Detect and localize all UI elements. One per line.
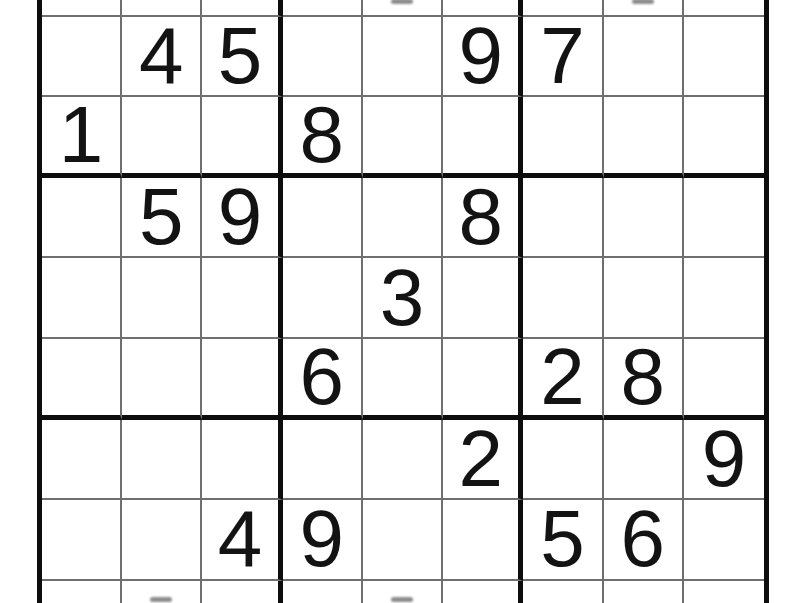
cell-r8c2[interactable] (122, 500, 202, 581)
cell-r6c4[interactable]: 6 (283, 339, 363, 420)
cell-r7c7[interactable] (523, 420, 603, 501)
cell-r1c1[interactable] (42, 0, 122, 17)
cell-r9c1[interactable] (42, 581, 122, 603)
cell-r8c1[interactable] (42, 500, 122, 581)
cell-r8c6[interactable] (443, 500, 523, 581)
cut-off-digit (391, 0, 413, 4)
cell-r5c2[interactable] (122, 258, 202, 339)
cell-r2c3[interactable]: 5 (202, 17, 282, 98)
cut-off-digit (391, 597, 413, 602)
cell-r7c3[interactable] (202, 420, 282, 501)
cell-r4c8[interactable] (604, 178, 684, 259)
cell-r4c9[interactable] (684, 178, 764, 259)
cell-r9c2[interactable] (122, 581, 202, 603)
cell-r5c4[interactable] (283, 258, 363, 339)
cell-r4c5[interactable] (363, 178, 443, 259)
cell-r1c9[interactable] (684, 0, 764, 17)
cell-r4c7[interactable] (523, 178, 603, 259)
cell-r3c2[interactable] (122, 97, 202, 178)
cut-off-digit (632, 0, 654, 4)
cell-r3c4[interactable]: 8 (283, 97, 363, 178)
cell-r3c8[interactable] (604, 97, 684, 178)
cell-r6c5[interactable] (363, 339, 443, 420)
cell-r7c9[interactable]: 9 (684, 420, 764, 501)
cell-r2c1[interactable] (42, 17, 122, 98)
cell-r2c9[interactable] (684, 17, 764, 98)
cell-r2c7[interactable]: 7 (523, 17, 603, 98)
cell-r6c2[interactable] (122, 339, 202, 420)
cell-r7c8[interactable] (604, 420, 684, 501)
cell-r5c3[interactable] (202, 258, 282, 339)
cell-r6c9[interactable] (684, 339, 764, 420)
cell-r8c8[interactable]: 6 (604, 500, 684, 581)
cell-r8c5[interactable] (363, 500, 443, 581)
cell-r5c1[interactable] (42, 258, 122, 339)
cell-r7c1[interactable] (42, 420, 122, 501)
cell-r4c1[interactable] (42, 178, 122, 259)
cell-r4c6[interactable]: 8 (443, 178, 523, 259)
cell-r2c8[interactable] (604, 17, 684, 98)
cell-r9c7[interactable] (523, 581, 603, 603)
cell-r3c1[interactable]: 1 (42, 97, 122, 178)
cell-r3c6[interactable] (443, 97, 523, 178)
sudoku-board: 4597185983628294956 (37, 0, 769, 603)
cell-r6c8[interactable]: 8 (604, 339, 684, 420)
cell-r6c1[interactable] (42, 339, 122, 420)
cell-r1c4[interactable] (283, 0, 363, 17)
cell-r5c9[interactable] (684, 258, 764, 339)
cell-r3c9[interactable] (684, 97, 764, 178)
cell-r4c4[interactable] (283, 178, 363, 259)
cell-r6c3[interactable] (202, 339, 282, 420)
cell-r9c3[interactable] (202, 581, 282, 603)
cell-r5c8[interactable] (604, 258, 684, 339)
cell-r9c5[interactable] (363, 581, 443, 603)
cell-r5c5[interactable]: 3 (363, 258, 443, 339)
cell-r2c4[interactable] (283, 17, 363, 98)
cell-r9c4[interactable] (283, 581, 363, 603)
cell-r1c5[interactable] (363, 0, 443, 17)
cell-r1c8[interactable] (604, 0, 684, 17)
cell-r2c2[interactable]: 4 (122, 17, 202, 98)
cell-r6c7[interactable]: 2 (523, 339, 603, 420)
cell-r9c8[interactable] (604, 581, 684, 603)
cell-r4c2[interactable]: 5 (122, 178, 202, 259)
cell-r2c6[interactable]: 9 (443, 17, 523, 98)
cell-r8c9[interactable] (684, 500, 764, 581)
cell-r5c7[interactable] (523, 258, 603, 339)
cell-r2c5[interactable] (363, 17, 443, 98)
cell-r8c7[interactable]: 5 (523, 500, 603, 581)
cell-r8c4[interactable]: 9 (283, 500, 363, 581)
cell-r7c4[interactable] (283, 420, 363, 501)
cell-r3c7[interactable] (523, 97, 603, 178)
cell-r3c5[interactable] (363, 97, 443, 178)
cell-r9c9[interactable] (684, 581, 764, 603)
cell-r5c6[interactable] (443, 258, 523, 339)
cut-off-digit (150, 597, 172, 602)
cell-r9c6[interactable] (443, 581, 523, 603)
cell-r7c6[interactable]: 2 (443, 420, 523, 501)
cell-r7c2[interactable] (122, 420, 202, 501)
cell-r3c3[interactable] (202, 97, 282, 178)
cell-r6c6[interactable] (443, 339, 523, 420)
cell-r7c5[interactable] (363, 420, 443, 501)
cell-r4c3[interactable]: 9 (202, 178, 282, 259)
cell-r8c3[interactable]: 4 (202, 500, 282, 581)
